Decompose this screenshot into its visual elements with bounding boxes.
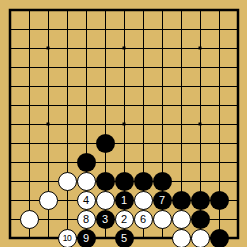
- white-stone: [39, 191, 58, 210]
- black-stone: [77, 153, 96, 172]
- black-stone: [115, 172, 134, 191]
- white-stone-move-2: 2: [115, 210, 134, 229]
- move-number: 8: [83, 214, 89, 225]
- black-stone: [96, 172, 115, 191]
- black-stone-move-1: 1: [115, 191, 134, 210]
- white-stone-move-4: 4: [77, 191, 96, 210]
- black-stone: [210, 229, 229, 247]
- move-number: 5: [121, 233, 127, 244]
- move-number: 10: [63, 234, 71, 243]
- black-stone-move-9: 9: [77, 229, 96, 247]
- move-number: 7: [159, 195, 165, 206]
- move-number: 6: [140, 214, 146, 225]
- white-stone: [20, 210, 39, 229]
- go-board: 41783261095: [0, 0, 247, 247]
- black-stone: [191, 210, 210, 229]
- white-stone: [96, 191, 115, 210]
- black-stone-move-7: 7: [153, 191, 172, 210]
- white-stone: [172, 210, 191, 229]
- black-stone: [134, 172, 153, 191]
- black-stone: [191, 191, 210, 210]
- move-number: 4: [83, 195, 89, 206]
- white-stone-move-6: 6: [134, 210, 153, 229]
- white-stone: [172, 229, 191, 247]
- white-stone: [134, 191, 153, 210]
- white-stone: [58, 172, 77, 191]
- black-stone: [96, 134, 115, 153]
- white-stone: [153, 210, 172, 229]
- black-stone-move-5: 5: [115, 229, 134, 247]
- white-stone-move-8: 8: [77, 210, 96, 229]
- black-stone: [210, 191, 229, 210]
- move-number: 9: [83, 233, 89, 244]
- black-stone: [172, 191, 191, 210]
- move-number: 2: [121, 214, 127, 225]
- white-stone: [77, 172, 96, 191]
- move-number: 1: [121, 195, 127, 206]
- white-stone: [191, 229, 210, 247]
- move-number: 3: [102, 214, 108, 225]
- black-stone-move-3: 3: [96, 210, 115, 229]
- white-stone-move-10: 10: [58, 229, 77, 247]
- black-stone: [153, 172, 172, 191]
- stones-grid: 41783261095: [1, 1, 248, 247]
